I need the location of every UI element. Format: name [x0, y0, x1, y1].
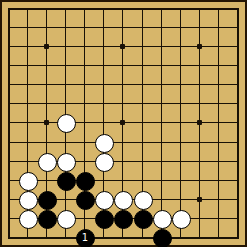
black-stone[interactable]: [76, 191, 95, 210]
white-stone[interactable]: [57, 153, 76, 172]
white-stone[interactable]: [19, 191, 38, 210]
star-point: [197, 197, 202, 202]
black-stone[interactable]: [38, 210, 57, 229]
star-point: [120, 44, 125, 49]
white-stone[interactable]: [57, 114, 76, 133]
grid-line-horizontal: [8, 65, 239, 66]
grid-line-horizontal: [8, 180, 239, 181]
white-stone[interactable]: [19, 210, 38, 229]
grid-line-horizontal: [8, 8, 239, 10]
grid-line-vertical: [180, 8, 181, 239]
white-stone[interactable]: [95, 134, 114, 153]
star-point: [44, 120, 49, 125]
grid-line-horizontal: [8, 142, 239, 143]
white-stone[interactable]: [57, 210, 76, 229]
star-point: [197, 44, 202, 49]
white-stone[interactable]: [172, 210, 191, 229]
black-stone[interactable]: [57, 172, 76, 191]
grid-line-vertical: [161, 8, 162, 239]
white-stone[interactable]: [38, 153, 57, 172]
grid-line-horizontal: [8, 237, 239, 239]
black-stone[interactable]: [95, 210, 114, 229]
grid-line-horizontal: [8, 84, 239, 85]
black-stone[interactable]: [114, 210, 133, 229]
white-stone[interactable]: [114, 191, 133, 210]
black-stone[interactable]: [153, 229, 172, 247]
grid-line-horizontal: [8, 27, 239, 28]
white-stone[interactable]: [95, 153, 114, 172]
grid-line-horizontal: [8, 103, 239, 104]
white-stone[interactable]: [153, 210, 172, 229]
star-point: [120, 120, 125, 125]
black-stone[interactable]: [38, 191, 57, 210]
star-point: [197, 120, 202, 125]
black-stone[interactable]: [76, 172, 95, 191]
grid-line-vertical: [8, 8, 10, 239]
white-stone[interactable]: [19, 172, 38, 191]
black-stone[interactable]: 1: [76, 229, 95, 247]
grid-line-vertical: [237, 8, 239, 239]
go-board[interactable]: 1: [0, 0, 247, 247]
grid-line-vertical: [218, 8, 219, 239]
black-stone[interactable]: [134, 210, 153, 229]
white-stone[interactable]: [95, 191, 114, 210]
go-diagram-frame: 1: [0, 0, 247, 247]
star-point: [44, 44, 49, 49]
white-stone[interactable]: [134, 191, 153, 210]
move-number-label: 1: [82, 233, 88, 243]
